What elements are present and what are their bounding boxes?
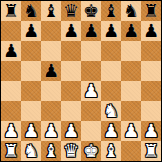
square-f2[interactable]: ♟ [101, 121, 121, 141]
square-c2[interactable]: ♟ [41, 121, 61, 141]
square-f5[interactable] [101, 61, 121, 81]
square-h6[interactable] [141, 41, 161, 61]
piece-white-rook-a1[interactable]: ♜ [3, 141, 19, 161]
square-f1[interactable]: ♝ [101, 141, 121, 161]
piece-black-pawn-f7[interactable]: ♟ [103, 21, 119, 41]
piece-black-rook-a8[interactable]: ♜ [3, 1, 19, 21]
square-h4[interactable] [141, 81, 161, 101]
square-f4[interactable] [101, 81, 121, 101]
square-g7[interactable]: ♟ [121, 21, 141, 41]
square-b6[interactable] [21, 41, 41, 61]
square-d7[interactable]: ♟ [61, 21, 81, 41]
square-h3[interactable] [141, 101, 161, 121]
piece-black-queen-d8[interactable]: ♛ [63, 1, 79, 21]
square-h2[interactable]: ♟ [141, 121, 161, 141]
piece-black-pawn-b7[interactable]: ♟ [23, 21, 39, 41]
piece-black-king-e8[interactable]: ♚ [83, 1, 99, 21]
piece-white-bishop-c1[interactable]: ♝ [43, 141, 59, 161]
piece-black-pawn-d7[interactable]: ♟ [63, 21, 79, 41]
square-a1[interactable]: ♜ [1, 141, 21, 161]
square-f3[interactable]: ♞ [101, 101, 121, 121]
piece-white-pawn-c2[interactable]: ♟ [43, 121, 59, 141]
square-h8[interactable]: ♜ [141, 1, 161, 21]
piece-white-pawn-a2[interactable]: ♟ [3, 121, 19, 141]
square-d5[interactable] [61, 61, 81, 81]
square-g6[interactable] [121, 41, 141, 61]
square-a6[interactable]: ♟ [1, 41, 21, 61]
piece-black-knight-g8[interactable]: ♞ [123, 1, 139, 21]
piece-white-pawn-d2[interactable]: ♟ [63, 121, 79, 141]
square-h5[interactable] [141, 61, 161, 81]
square-b3[interactable] [21, 101, 41, 121]
piece-white-pawn-h2[interactable]: ♟ [143, 121, 159, 141]
piece-black-rook-h8[interactable]: ♜ [143, 1, 159, 21]
square-g1[interactable] [121, 141, 141, 161]
piece-black-pawn-h7[interactable]: ♟ [143, 21, 159, 41]
square-c5[interactable]: ♟ [41, 61, 61, 81]
square-b8[interactable]: ♞ [21, 1, 41, 21]
piece-white-pawn-b2[interactable]: ♟ [23, 121, 39, 141]
square-a3[interactable] [1, 101, 21, 121]
square-f6[interactable] [101, 41, 121, 61]
square-f7[interactable]: ♟ [101, 21, 121, 41]
square-h7[interactable]: ♟ [141, 21, 161, 41]
square-a7[interactable] [1, 21, 21, 41]
square-d1[interactable]: ♛ [61, 141, 81, 161]
square-e1[interactable]: ♚ [81, 141, 101, 161]
square-g2[interactable]: ♟ [121, 121, 141, 141]
square-f8[interactable]: ♝ [101, 1, 121, 21]
square-c3[interactable] [41, 101, 61, 121]
square-g4[interactable] [121, 81, 141, 101]
square-e3[interactable] [81, 101, 101, 121]
square-b2[interactable]: ♟ [21, 121, 41, 141]
square-h1[interactable]: ♜ [141, 141, 161, 161]
square-e6[interactable] [81, 41, 101, 61]
piece-white-rook-h1[interactable]: ♜ [143, 141, 159, 161]
square-e4[interactable]: ♟ [81, 81, 101, 101]
square-b7[interactable]: ♟ [21, 21, 41, 41]
square-g3[interactable] [121, 101, 141, 121]
square-c7[interactable] [41, 21, 61, 41]
square-d8[interactable]: ♛ [61, 1, 81, 21]
piece-black-pawn-a6[interactable]: ♟ [3, 41, 19, 61]
piece-white-knight-f3[interactable]: ♞ [103, 101, 119, 121]
piece-white-pawn-e4[interactable]: ♟ [83, 81, 99, 101]
square-a2[interactable]: ♟ [1, 121, 21, 141]
square-c6[interactable] [41, 41, 61, 61]
piece-black-pawn-e7[interactable]: ♟ [83, 21, 99, 41]
piece-white-knight-b1[interactable]: ♞ [23, 141, 39, 161]
square-e5[interactable] [81, 61, 101, 81]
piece-white-pawn-f2[interactable]: ♟ [103, 121, 119, 141]
square-g5[interactable] [121, 61, 141, 81]
piece-black-knight-b8[interactable]: ♞ [23, 1, 39, 21]
square-a4[interactable] [1, 81, 21, 101]
piece-black-pawn-c5[interactable]: ♟ [43, 61, 59, 81]
square-e7[interactable]: ♟ [81, 21, 101, 41]
piece-black-bishop-f8[interactable]: ♝ [103, 1, 119, 21]
piece-black-bishop-c8[interactable]: ♝ [43, 1, 59, 21]
square-g8[interactable]: ♞ [121, 1, 141, 21]
square-d3[interactable] [61, 101, 81, 121]
square-c8[interactable]: ♝ [41, 1, 61, 21]
square-b5[interactable] [21, 61, 41, 81]
square-d4[interactable] [61, 81, 81, 101]
piece-white-pawn-g2[interactable]: ♟ [123, 121, 139, 141]
square-e8[interactable]: ♚ [81, 1, 101, 21]
square-b1[interactable]: ♞ [21, 141, 41, 161]
square-e2[interactable] [81, 121, 101, 141]
square-a5[interactable] [1, 61, 21, 81]
piece-white-queen-d1[interactable]: ♛ [63, 141, 79, 161]
square-a8[interactable]: ♜ [1, 1, 21, 21]
chess-board: ♜♞♝♛♚♝♞♜♟♟♟♟♟♟♟♟♟♞♟♟♟♟♟♟♟♜♞♝♛♚♝♜ [0, 0, 162, 162]
square-d6[interactable] [61, 41, 81, 61]
square-c4[interactable] [41, 81, 61, 101]
piece-white-bishop-f1[interactable]: ♝ [103, 141, 119, 161]
square-d2[interactable]: ♟ [61, 121, 81, 141]
square-b4[interactable] [21, 81, 41, 101]
square-c1[interactable]: ♝ [41, 141, 61, 161]
piece-white-king-e1[interactable]: ♚ [83, 141, 99, 161]
piece-black-pawn-g7[interactable]: ♟ [123, 21, 139, 41]
